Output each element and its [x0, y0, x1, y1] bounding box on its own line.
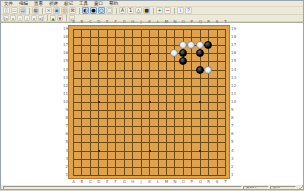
toolbar-separator [153, 8, 154, 14]
zoom-in-icon[interactable]: + [156, 7, 163, 14]
tool-alternate-icon[interactable]: ◐ [82, 7, 89, 14]
print-icon[interactable]: ▦ [32, 7, 39, 14]
menu-item-edit[interactable]: 编辑 [16, 1, 31, 7]
tool-white-stone-icon[interactable]: ○ [98, 7, 105, 14]
menu-item-file[interactable]: 文件 [1, 1, 16, 7]
copy-icon[interactable]: ▣ [53, 7, 60, 14]
menu-item-record[interactable]: 棋谱 [46, 1, 61, 7]
menu-item-help[interactable]: 帮助 [106, 1, 121, 7]
variation-next-icon[interactable]: ▼ [57, 15, 63, 21]
stone-black[interactable] [196, 66, 204, 74]
stone-white[interactable] [204, 66, 212, 74]
tool-black-stone-icon[interactable]: ● [90, 7, 97, 14]
stone-white[interactable] [179, 41, 187, 49]
main-toolbar: ▯▭▤▦×▣▨⊠◐●○□A1△■+−i? [1, 7, 304, 15]
app-window: 文件编辑查看棋谱标记工具窗口帮助 ▯▭▤▦×▣▨⊠◐●○□A1△■+−i? |«… [0, 0, 304, 190]
menu-item-window[interactable]: 窗口 [91, 1, 106, 7]
menu-item-mark[interactable]: 标记 [61, 1, 76, 7]
menu-item-view[interactable]: 查看 [31, 1, 46, 7]
toolbar-separator [47, 15, 48, 21]
forward-1-icon[interactable]: › [24, 15, 30, 21]
paste-icon[interactable]: ▨ [61, 7, 68, 14]
forward-10-icon[interactable]: » [31, 15, 37, 21]
menu-item-tools[interactable]: 工具 [76, 1, 91, 7]
toolbar-separator [174, 8, 175, 14]
variation-prev-icon[interactable]: ▲ [50, 15, 56, 21]
mark-number-icon[interactable]: 1 [127, 7, 134, 14]
help-icon[interactable]: ? [185, 7, 192, 14]
stone-white[interactable] [196, 41, 204, 49]
go-last-icon[interactable]: »| [38, 15, 44, 21]
zoom-out-icon[interactable]: − [164, 7, 171, 14]
status-turn: 黑先 [270, 186, 296, 191]
toolbar-separator [79, 8, 80, 14]
go-first-icon[interactable]: |« [3, 15, 9, 21]
game-info-icon[interactable]: i [177, 7, 184, 14]
resize-grip-icon[interactable] [297, 185, 303, 190]
pass-move-icon[interactable]: ◇ [69, 15, 75, 21]
mark-square-icon[interactable]: ■ [143, 7, 150, 14]
toolbar-separator [66, 15, 67, 21]
new-file-icon[interactable]: ▯ [3, 7, 10, 14]
save-file-icon[interactable]: ▤ [19, 7, 26, 14]
delete-icon[interactable]: ⊠ [69, 7, 76, 14]
toolbar-separator [116, 8, 117, 14]
back-10-icon[interactable]: « [10, 15, 16, 21]
cut-icon[interactable]: × [45, 7, 52, 14]
status-move-number: 第10手 [243, 186, 269, 191]
open-file-icon[interactable]: ▭ [11, 7, 18, 14]
toolbar-separator [42, 8, 43, 14]
mark-letter-icon[interactable]: A [119, 7, 126, 14]
back-1-icon[interactable]: ‹ [17, 15, 23, 21]
navigation-toolbar: |««‹›»»|▲▼◇ [1, 15, 304, 22]
status-message [3, 186, 242, 191]
mark-triangle-icon[interactable]: △ [135, 7, 142, 14]
tool-erase-icon[interactable]: □ [106, 7, 113, 14]
status-bar: 第10手 黑先 [1, 184, 304, 190]
toolbar-separator [29, 8, 30, 14]
